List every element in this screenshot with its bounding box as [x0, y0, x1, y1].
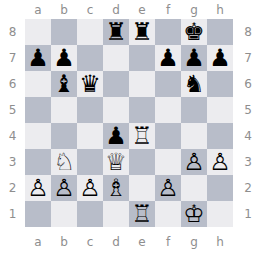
- square-b8[interactable]: [51, 19, 77, 45]
- square-e5[interactable]: [129, 97, 155, 123]
- square-c2[interactable]: ♙: [77, 175, 103, 201]
- white-pawn-piece: ♙: [27, 175, 49, 201]
- square-d6[interactable]: [103, 71, 129, 97]
- square-e3[interactable]: [129, 149, 155, 175]
- square-d8[interactable]: ♜: [103, 19, 129, 45]
- square-h4[interactable]: [207, 123, 233, 149]
- file-label-f: f: [155, 227, 181, 257]
- square-h2[interactable]: [207, 175, 233, 201]
- square-c7[interactable]: [77, 45, 103, 71]
- square-b7[interactable]: ♟: [51, 45, 77, 71]
- square-a5[interactable]: [25, 97, 51, 123]
- square-f2[interactable]: ♙: [155, 175, 181, 201]
- file-label-c: c: [77, 227, 103, 257]
- black-pawn-piece: ♟: [209, 45, 231, 71]
- file-label-h: h: [207, 0, 233, 19]
- square-f5[interactable]: [155, 97, 181, 123]
- square-f4[interactable]: [155, 123, 181, 149]
- square-e8[interactable]: ♜: [129, 19, 155, 45]
- square-b6[interactable]: ♝: [51, 71, 77, 97]
- black-pawn-piece: ♟: [53, 45, 75, 71]
- white-rook-piece: ♖: [131, 201, 153, 227]
- square-a6[interactable]: [25, 71, 51, 97]
- square-d3[interactable]: ♕: [103, 149, 129, 175]
- square-a7[interactable]: ♟: [25, 45, 51, 71]
- black-pawn-piece: ♟: [183, 45, 205, 71]
- square-c6[interactable]: ♛: [77, 71, 103, 97]
- square-b4[interactable]: [51, 123, 77, 149]
- square-a3[interactable]: [25, 149, 51, 175]
- white-pawn-piece: ♙: [157, 175, 179, 201]
- rank-label-3: 3: [233, 149, 263, 175]
- square-g6[interactable]: ♞: [181, 71, 207, 97]
- file-label-h: h: [207, 227, 233, 257]
- square-a1[interactable]: [25, 201, 51, 227]
- square-h6[interactable]: [207, 71, 233, 97]
- square-f7[interactable]: ♟: [155, 45, 181, 71]
- rank-label-8: 8: [0, 19, 25, 45]
- white-king-piece: ♔: [183, 201, 205, 227]
- chess-board[interactable]: ♜♜♚♟♟♟♟♟♝♛♞♟♖♘♕♙♙♙♙♙♗♙♖♔: [25, 19, 233, 227]
- square-d2[interactable]: ♗: [103, 175, 129, 201]
- black-pawn-piece: ♟: [157, 45, 179, 71]
- rank-label-1: 1: [233, 201, 263, 227]
- square-g1[interactable]: ♔: [181, 201, 207, 227]
- square-e4[interactable]: ♖: [129, 123, 155, 149]
- file-label-a: a: [25, 0, 51, 19]
- rank-label-5: 5: [233, 97, 263, 123]
- file-labels-top: abcdefgh: [25, 0, 233, 19]
- white-pawn-piece: ♙: [209, 149, 231, 175]
- square-h3[interactable]: ♙: [207, 149, 233, 175]
- square-g4[interactable]: [181, 123, 207, 149]
- black-king-piece: ♚: [183, 19, 205, 45]
- black-pawn-piece: ♟: [27, 45, 49, 71]
- file-label-g: g: [181, 0, 207, 19]
- square-c4[interactable]: [77, 123, 103, 149]
- black-rook-piece: ♜: [131, 19, 153, 45]
- square-b2[interactable]: ♙: [51, 175, 77, 201]
- rank-label-7: 7: [0, 45, 25, 71]
- square-c3[interactable]: [77, 149, 103, 175]
- black-rook-piece: ♜: [105, 19, 127, 45]
- white-queen-piece: ♕: [105, 149, 127, 175]
- rank-label-4: 4: [233, 123, 263, 149]
- black-pawn-piece: ♟: [105, 123, 127, 149]
- square-d7[interactable]: [103, 45, 129, 71]
- square-g8[interactable]: ♚: [181, 19, 207, 45]
- square-d5[interactable]: [103, 97, 129, 123]
- file-label-g: g: [181, 227, 207, 257]
- square-e1[interactable]: ♖: [129, 201, 155, 227]
- black-knight-piece: ♞: [183, 71, 205, 97]
- square-f3[interactable]: [155, 149, 181, 175]
- file-label-b: b: [51, 227, 77, 257]
- square-d1[interactable]: [103, 201, 129, 227]
- square-d4[interactable]: ♟: [103, 123, 129, 149]
- square-h8[interactable]: [207, 19, 233, 45]
- rank-label-5: 5: [0, 97, 25, 123]
- square-f6[interactable]: [155, 71, 181, 97]
- file-label-a: a: [25, 227, 51, 257]
- rank-label-8: 8: [233, 19, 263, 45]
- rank-label-2: 2: [233, 175, 263, 201]
- rank-labels-right: 87654321: [233, 19, 263, 227]
- square-g7[interactable]: ♟: [181, 45, 207, 71]
- file-label-b: b: [51, 0, 77, 19]
- black-bishop-piece: ♝: [53, 71, 75, 97]
- white-knight-piece: ♘: [53, 149, 75, 175]
- square-c8[interactable]: [77, 19, 103, 45]
- black-queen-piece: ♛: [79, 71, 101, 97]
- file-labels-bottom: abcdefgh: [25, 227, 233, 257]
- white-pawn-piece: ♙: [183, 149, 205, 175]
- chess-diagram: abcdefgh 87654321 ♜♜♚♟♟♟♟♟♝♛♞♟♖♘♕♙♙♙♙♙♗♙…: [0, 0, 263, 257]
- square-b1[interactable]: [51, 201, 77, 227]
- white-pawn-piece: ♙: [79, 175, 101, 201]
- file-label-e: e: [129, 0, 155, 19]
- square-a2[interactable]: ♙: [25, 175, 51, 201]
- square-e6[interactable]: [129, 71, 155, 97]
- white-bishop-piece: ♗: [105, 175, 127, 201]
- file-label-f: f: [155, 0, 181, 19]
- file-label-d: d: [103, 0, 129, 19]
- file-label-c: c: [77, 0, 103, 19]
- file-label-e: e: [129, 227, 155, 257]
- square-g5[interactable]: [181, 97, 207, 123]
- rank-label-2: 2: [0, 175, 25, 201]
- square-f8[interactable]: [155, 19, 181, 45]
- rank-label-3: 3: [0, 149, 25, 175]
- rank-label-4: 4: [0, 123, 25, 149]
- rank-label-1: 1: [0, 201, 25, 227]
- square-h7[interactable]: ♟: [207, 45, 233, 71]
- square-g3[interactable]: ♙: [181, 149, 207, 175]
- square-a4[interactable]: [25, 123, 51, 149]
- rank-labels-left: 87654321: [0, 19, 25, 227]
- white-pawn-piece: ♙: [53, 175, 75, 201]
- square-c1[interactable]: [77, 201, 103, 227]
- square-b5[interactable]: [51, 97, 77, 123]
- file-label-d: d: [103, 227, 129, 257]
- square-f1[interactable]: [155, 201, 181, 227]
- rank-label-6: 6: [233, 71, 263, 97]
- square-g2[interactable]: [181, 175, 207, 201]
- square-c5[interactable]: [77, 97, 103, 123]
- square-e2[interactable]: [129, 175, 155, 201]
- square-h5[interactable]: [207, 97, 233, 123]
- square-b3[interactable]: ♘: [51, 149, 77, 175]
- square-e7[interactable]: [129, 45, 155, 71]
- rank-label-6: 6: [0, 71, 25, 97]
- rank-label-7: 7: [233, 45, 263, 71]
- square-h1[interactable]: [207, 201, 233, 227]
- white-rook-piece: ♖: [131, 123, 153, 149]
- square-a8[interactable]: [25, 19, 51, 45]
